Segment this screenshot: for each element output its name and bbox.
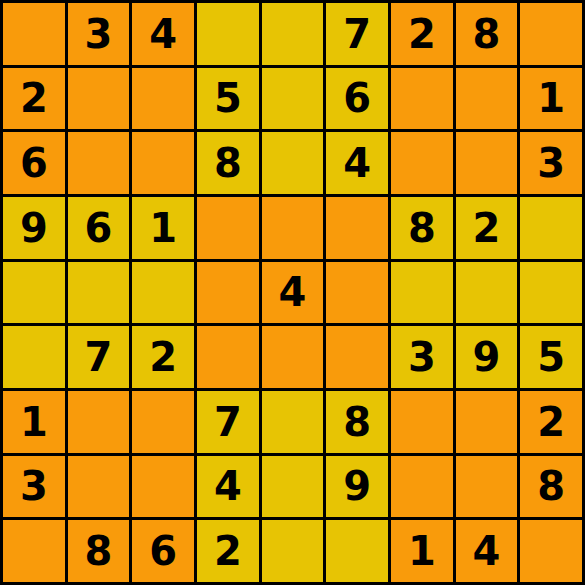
cell-r4c7[interactable]: 8 (391, 197, 453, 259)
cell-r9c5[interactable] (262, 520, 324, 582)
cell-r9c8[interactable]: 4 (456, 520, 518, 582)
cell-r6c4[interactable] (197, 326, 259, 388)
cell-r1c9[interactable] (520, 3, 582, 65)
cell-r5c8[interactable] (456, 262, 518, 324)
cell-r6c1[interactable] (3, 326, 65, 388)
cell-r9c6[interactable] (326, 520, 388, 582)
sudoku-board: 3472825616843961824723951782349886214 (0, 0, 585, 585)
cell-r1c7[interactable]: 2 (391, 3, 453, 65)
cell-r5c5[interactable]: 4 (262, 262, 324, 324)
cell-r8c5[interactable] (262, 456, 324, 518)
cell-r7c3[interactable] (132, 391, 194, 453)
cell-r8c9[interactable]: 8 (520, 456, 582, 518)
cell-r7c6[interactable]: 8 (326, 391, 388, 453)
cell-r5c4[interactable] (197, 262, 259, 324)
cell-r4c8[interactable]: 2 (456, 197, 518, 259)
cell-r4c2[interactable]: 6 (68, 197, 130, 259)
cell-r4c5[interactable] (262, 197, 324, 259)
cell-r3c3[interactable] (132, 132, 194, 194)
cell-r2c4[interactable]: 5 (197, 68, 259, 130)
cell-r5c1[interactable] (3, 262, 65, 324)
cell-r9c9[interactable] (520, 520, 582, 582)
cell-r2c6[interactable]: 6 (326, 68, 388, 130)
cell-r3c7[interactable] (391, 132, 453, 194)
cell-r3c6[interactable]: 4 (326, 132, 388, 194)
cell-r1c6[interactable]: 7 (326, 3, 388, 65)
cell-r1c3[interactable]: 4 (132, 3, 194, 65)
cell-r9c1[interactable] (3, 520, 65, 582)
cell-r7c1[interactable]: 1 (3, 391, 65, 453)
cell-r5c9[interactable] (520, 262, 582, 324)
cell-r4c1[interactable]: 9 (3, 197, 65, 259)
cell-r7c8[interactable] (456, 391, 518, 453)
cell-r8c7[interactable] (391, 456, 453, 518)
cell-r3c8[interactable] (456, 132, 518, 194)
cell-r9c2[interactable]: 8 (68, 520, 130, 582)
cell-r9c4[interactable]: 2 (197, 520, 259, 582)
cell-r7c7[interactable] (391, 391, 453, 453)
cell-r1c1[interactable] (3, 3, 65, 65)
cell-r4c6[interactable] (326, 197, 388, 259)
cell-r3c4[interactable]: 8 (197, 132, 259, 194)
cell-r4c9[interactable] (520, 197, 582, 259)
cell-r1c5[interactable] (262, 3, 324, 65)
cell-r3c2[interactable] (68, 132, 130, 194)
cell-r2c3[interactable] (132, 68, 194, 130)
cell-r5c2[interactable] (68, 262, 130, 324)
cell-r8c8[interactable] (456, 456, 518, 518)
cell-r7c2[interactable] (68, 391, 130, 453)
cell-r6c9[interactable]: 5 (520, 326, 582, 388)
cell-r3c5[interactable] (262, 132, 324, 194)
cell-r8c6[interactable]: 9 (326, 456, 388, 518)
cell-r1c2[interactable]: 3 (68, 3, 130, 65)
cell-r2c7[interactable] (391, 68, 453, 130)
cell-r2c8[interactable] (456, 68, 518, 130)
cell-r6c7[interactable]: 3 (391, 326, 453, 388)
cell-r7c9[interactable]: 2 (520, 391, 582, 453)
cell-r3c1[interactable]: 6 (3, 132, 65, 194)
cell-r5c3[interactable] (132, 262, 194, 324)
cell-r2c5[interactable] (262, 68, 324, 130)
cell-r7c5[interactable] (262, 391, 324, 453)
cell-r2c1[interactable]: 2 (3, 68, 65, 130)
cell-r2c2[interactable] (68, 68, 130, 130)
cell-r7c4[interactable]: 7 (197, 391, 259, 453)
cell-r8c2[interactable] (68, 456, 130, 518)
cell-r9c3[interactable]: 6 (132, 520, 194, 582)
cell-r6c3[interactable]: 2 (132, 326, 194, 388)
cell-r5c7[interactable] (391, 262, 453, 324)
cell-r8c1[interactable]: 3 (3, 456, 65, 518)
cell-r6c2[interactable]: 7 (68, 326, 130, 388)
cell-r4c4[interactable] (197, 197, 259, 259)
cell-r8c4[interactable]: 4 (197, 456, 259, 518)
cell-r6c8[interactable]: 9 (456, 326, 518, 388)
cell-r5c6[interactable] (326, 262, 388, 324)
cell-r9c7[interactable]: 1 (391, 520, 453, 582)
cell-r1c8[interactable]: 8 (456, 3, 518, 65)
cell-r4c3[interactable]: 1 (132, 197, 194, 259)
cell-r6c6[interactable] (326, 326, 388, 388)
cell-r3c9[interactable]: 3 (520, 132, 582, 194)
cell-r6c5[interactable] (262, 326, 324, 388)
cell-r2c9[interactable]: 1 (520, 68, 582, 130)
cell-r1c4[interactable] (197, 3, 259, 65)
cell-r8c3[interactable] (132, 456, 194, 518)
